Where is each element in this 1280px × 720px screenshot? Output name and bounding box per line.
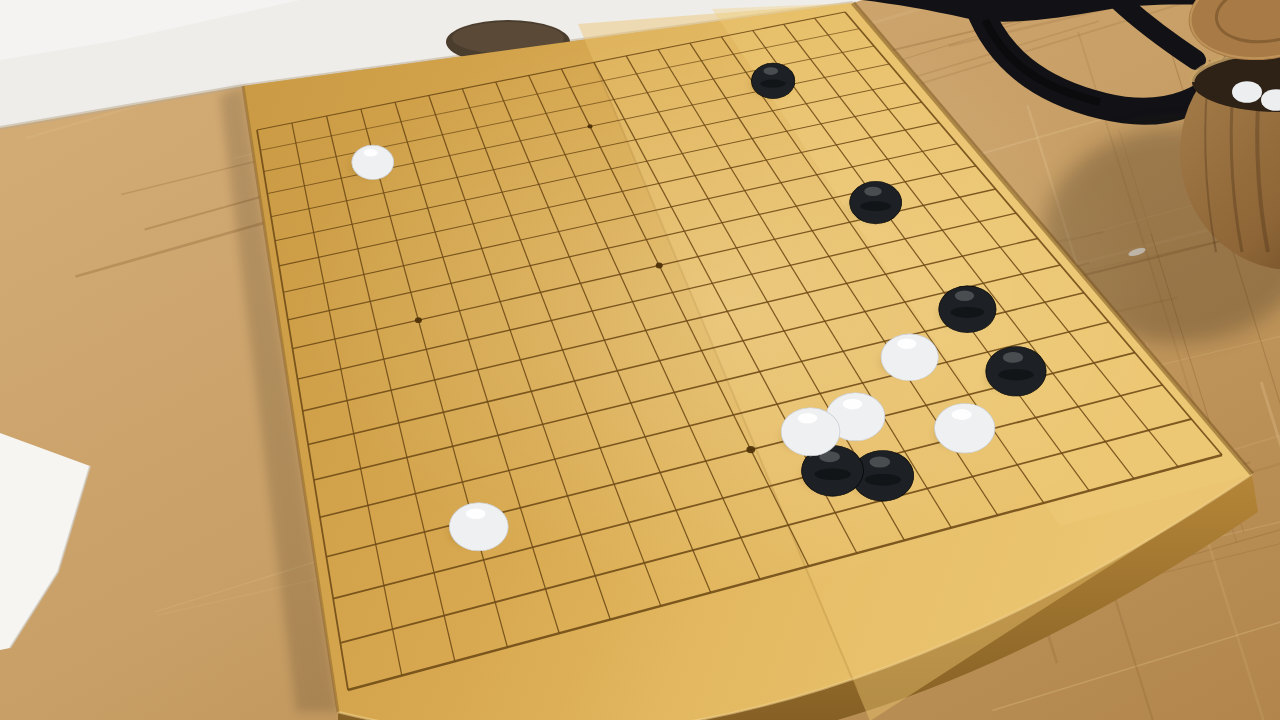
- svg-text:●: ●: [445, 485, 512, 559]
- white-stone: ●: [930, 385, 999, 460]
- white-stone: ●: [349, 132, 397, 185]
- black-stone: ●: [846, 165, 905, 230]
- svg-text:●: ●: [748, 50, 798, 104]
- star-point: [415, 317, 422, 323]
- star-point: [746, 446, 755, 453]
- video-frame: ●●●●●●●●●●●●: [0, 0, 1280, 720]
- white-stone: ●: [445, 485, 512, 559]
- svg-text:●: ●: [349, 132, 397, 185]
- svg-text:●: ●: [846, 165, 905, 230]
- svg-text:●: ●: [777, 389, 844, 463]
- star-point: [656, 263, 663, 269]
- white-stone: ●: [777, 389, 844, 463]
- svg-text:●: ●: [930, 385, 999, 460]
- black-stone: ●: [748, 50, 798, 104]
- star-point: [587, 124, 592, 128]
- photo-scene: ●●●●●●●●●●●●: [0, 0, 1280, 720]
